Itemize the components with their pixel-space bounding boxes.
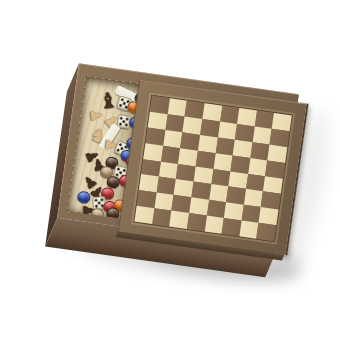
tray-disc-brown bbox=[105, 207, 120, 221]
product-photo: ♝♟♟♞♟♟♟♟♟♟ bbox=[0, 0, 340, 340]
game-box: ♝♟♟♞♟♟♟♟♟♟ bbox=[57, 63, 299, 248]
board-square-r7c7 bbox=[257, 223, 277, 241]
chessboard-lid bbox=[118, 80, 309, 255]
tray-disc-blue bbox=[77, 191, 92, 205]
chess-board bbox=[133, 95, 293, 243]
